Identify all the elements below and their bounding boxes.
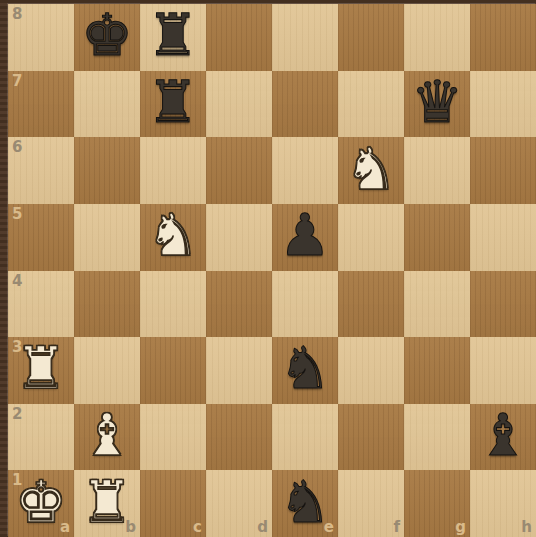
rank-label-5: 5 — [12, 207, 22, 222]
square-g1[interactable]: g — [404, 470, 470, 537]
square-f1[interactable]: f — [338, 470, 404, 537]
square-c5[interactable]: ♞ — [140, 204, 206, 271]
piece-black-rook[interactable]: ♜ — [147, 73, 199, 131]
square-a7[interactable]: 7 — [8, 71, 74, 138]
square-h7[interactable] — [470, 71, 536, 138]
square-b5[interactable] — [74, 204, 140, 271]
square-g4[interactable] — [404, 271, 470, 338]
square-f5[interactable] — [338, 204, 404, 271]
piece-black-king[interactable]: ♚ — [81, 6, 133, 64]
piece-black-pawn[interactable]: ♟ — [279, 206, 331, 264]
piece-black-rook[interactable]: ♜ — [147, 6, 199, 64]
square-h1[interactable]: h — [470, 470, 536, 537]
square-e4[interactable] — [272, 271, 338, 338]
square-g5[interactable] — [404, 204, 470, 271]
file-label-d: d — [257, 520, 268, 535]
piece-black-bishop[interactable]: ♝ — [477, 406, 529, 464]
file-label-g: g — [455, 520, 466, 535]
piece-black-knight[interactable]: ♞ — [279, 473, 331, 531]
square-d4[interactable] — [206, 271, 272, 338]
square-a4[interactable]: 4 — [8, 271, 74, 338]
piece-white-rook[interactable]: ♜ — [15, 339, 67, 397]
square-h5[interactable] — [470, 204, 536, 271]
piece-white-king[interactable]: ♚ — [15, 473, 67, 531]
square-c2[interactable] — [140, 404, 206, 471]
square-d6[interactable] — [206, 137, 272, 204]
square-b2[interactable]: ♝ — [74, 404, 140, 471]
square-g3[interactable] — [404, 337, 470, 404]
square-c6[interactable] — [140, 137, 206, 204]
square-a8[interactable]: 8 — [8, 4, 74, 71]
square-b7[interactable] — [74, 71, 140, 138]
square-c7[interactable]: ♜ — [140, 71, 206, 138]
square-g6[interactable] — [404, 137, 470, 204]
square-e1[interactable]: e♞ — [272, 470, 338, 537]
rank-label-2: 2 — [12, 407, 22, 422]
square-b4[interactable] — [74, 271, 140, 338]
file-label-f: f — [393, 520, 400, 535]
square-h6[interactable] — [470, 137, 536, 204]
square-h4[interactable] — [470, 271, 536, 338]
square-d8[interactable] — [206, 4, 272, 71]
square-b8[interactable]: ♚ — [74, 4, 140, 71]
square-g2[interactable] — [404, 404, 470, 471]
piece-white-knight[interactable]: ♞ — [345, 140, 397, 198]
board-frame: 8♚♜7♜♛6♞5♞♟43♜♞2♝♝1a♚b♜cde♞fgh — [0, 0, 536, 537]
rank-label-4: 4 — [12, 274, 22, 289]
square-f6[interactable]: ♞ — [338, 137, 404, 204]
square-g7[interactable]: ♛ — [404, 71, 470, 138]
square-g8[interactable] — [404, 4, 470, 71]
square-b1[interactable]: b♜ — [74, 470, 140, 537]
square-a3[interactable]: 3♜ — [8, 337, 74, 404]
square-f8[interactable] — [338, 4, 404, 71]
square-f7[interactable] — [338, 71, 404, 138]
square-a2[interactable]: 2 — [8, 404, 74, 471]
square-e7[interactable] — [272, 71, 338, 138]
square-f4[interactable] — [338, 271, 404, 338]
square-d3[interactable] — [206, 337, 272, 404]
square-c8[interactable]: ♜ — [140, 4, 206, 71]
piece-white-rook[interactable]: ♜ — [81, 473, 133, 531]
file-label-c: c — [193, 520, 202, 535]
chess-board: 8♚♜7♜♛6♞5♞♟43♜♞2♝♝1a♚b♜cde♞fgh — [8, 4, 536, 537]
square-d2[interactable] — [206, 404, 272, 471]
piece-black-queen[interactable]: ♛ — [411, 73, 463, 131]
square-e8[interactable] — [272, 4, 338, 71]
square-a1[interactable]: 1a♚ — [8, 470, 74, 537]
square-h8[interactable] — [470, 4, 536, 71]
file-label-h: h — [521, 520, 532, 535]
piece-white-bishop[interactable]: ♝ — [81, 406, 133, 464]
square-c4[interactable] — [140, 271, 206, 338]
rank-label-8: 8 — [12, 7, 22, 22]
square-d1[interactable]: d — [206, 470, 272, 537]
rank-label-7: 7 — [12, 74, 22, 89]
square-f2[interactable] — [338, 404, 404, 471]
square-c1[interactable]: c — [140, 470, 206, 537]
square-a5[interactable]: 5 — [8, 204, 74, 271]
square-e3[interactable]: ♞ — [272, 337, 338, 404]
piece-black-knight[interactable]: ♞ — [279, 339, 331, 397]
square-h2[interactable]: ♝ — [470, 404, 536, 471]
rank-label-6: 6 — [12, 140, 22, 155]
square-e5[interactable]: ♟ — [272, 204, 338, 271]
square-f3[interactable] — [338, 337, 404, 404]
piece-white-knight[interactable]: ♞ — [147, 206, 199, 264]
square-b3[interactable] — [74, 337, 140, 404]
square-d5[interactable] — [206, 204, 272, 271]
square-e2[interactable] — [272, 404, 338, 471]
square-d7[interactable] — [206, 71, 272, 138]
square-h3[interactable] — [470, 337, 536, 404]
square-e6[interactable] — [272, 137, 338, 204]
square-c3[interactable] — [140, 337, 206, 404]
square-b6[interactable] — [74, 137, 140, 204]
square-a6[interactable]: 6 — [8, 137, 74, 204]
